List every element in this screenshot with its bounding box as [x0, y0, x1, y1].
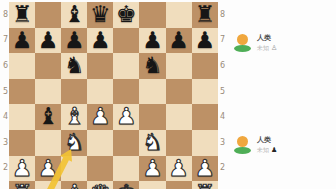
square-g2[interactable]: ♟	[166, 156, 192, 182]
player-name: 人类	[257, 34, 277, 43]
square-h6[interactable]	[192, 53, 218, 79]
piece-black-pawn[interactable]: ♟	[38, 28, 59, 54]
square-f4[interactable]	[139, 104, 165, 130]
square-c1[interactable]: ♝	[61, 181, 87, 189]
piece-white-pawn[interactable]: ♟	[38, 156, 59, 182]
square-b6[interactable]	[35, 53, 61, 79]
player-rating: 未知	[257, 146, 269, 154]
piece-black-knight[interactable]: ♞	[64, 53, 85, 79]
square-a2[interactable]: ♟	[9, 156, 35, 182]
piece-black-knight[interactable]: ♞	[142, 53, 163, 79]
square-e5[interactable]	[113, 79, 139, 105]
square-f7[interactable]: ♟	[139, 28, 165, 54]
square-g1[interactable]	[166, 181, 192, 189]
square-e8[interactable]: ♚	[113, 2, 139, 28]
square-b3[interactable]	[35, 130, 61, 156]
square-d3[interactable]	[87, 130, 113, 156]
rank-label-4: 4	[220, 113, 225, 121]
piece-white-rook[interactable]: ♜	[194, 181, 215, 189]
player-card-bottom: 人类 未知 ♟	[234, 136, 277, 155]
white-pawn-icon: ♙	[271, 45, 277, 52]
piece-white-rook[interactable]: ♜	[12, 181, 33, 189]
piece-black-bishop[interactable]: ♝	[38, 104, 59, 130]
square-c8[interactable]: ♝	[61, 2, 87, 28]
avatar-body	[234, 45, 251, 52]
square-e7[interactable]	[113, 28, 139, 54]
square-c6[interactable]: ♞	[61, 53, 87, 79]
piece-black-pawn[interactable]: ♟	[168, 28, 189, 54]
rank-label-3: 3	[220, 139, 225, 147]
square-e3[interactable]	[113, 130, 139, 156]
square-h7[interactable]: ♟	[192, 28, 218, 54]
piece-white-knight[interactable]: ♞	[142, 130, 163, 156]
square-f6[interactable]: ♞	[139, 53, 165, 79]
square-c7[interactable]: ♟	[61, 28, 87, 54]
square-b5[interactable]	[35, 79, 61, 105]
rank-label-7: 7	[220, 36, 225, 44]
player-card-top: 人类 未知 ♙	[234, 34, 277, 53]
square-b8[interactable]	[35, 2, 61, 28]
avatar-head	[237, 34, 248, 45]
piece-white-pawn[interactable]: ♟	[12, 156, 33, 182]
player-avatar-icon	[234, 34, 251, 53]
piece-black-king[interactable]: ♚	[116, 2, 137, 28]
piece-white-knight[interactable]: ♞	[64, 130, 85, 156]
rank-label-7: 7	[3, 36, 8, 44]
avatar-head	[237, 136, 248, 147]
piece-black-rook[interactable]: ♜	[194, 2, 215, 28]
piece-black-pawn[interactable]: ♟	[12, 28, 33, 54]
rank-label-4: 4	[3, 113, 8, 121]
square-g4[interactable]	[166, 104, 192, 130]
rank-label-5: 5	[220, 88, 225, 96]
piece-white-pawn[interactable]: ♟	[116, 104, 137, 130]
square-a5[interactable]	[9, 79, 35, 105]
player-name: 人类	[257, 136, 277, 145]
piece-white-pawn[interactable]: ♟	[90, 104, 111, 130]
square-b4[interactable]: ♝	[35, 104, 61, 130]
chess-board: ♜♝♛♚♜♟♟♟♟♟♟♟♞♞♝♝♟♟♞♞♟♟♟♟♟♜♝♛♚♜	[9, 2, 218, 189]
piece-white-king[interactable]: ♚	[116, 181, 137, 189]
square-c4[interactable]: ♝	[61, 104, 87, 130]
square-g6[interactable]	[166, 53, 192, 79]
square-a1[interactable]: ♜	[9, 181, 35, 189]
square-d4[interactable]: ♟	[87, 104, 113, 130]
square-h4[interactable]	[192, 104, 218, 130]
piece-white-queen[interactable]: ♛	[90, 181, 111, 189]
black-pawn-icon: ♟	[271, 147, 277, 154]
square-h2[interactable]: ♟	[192, 156, 218, 182]
piece-black-bishop[interactable]: ♝	[64, 2, 85, 28]
square-g3[interactable]	[166, 130, 192, 156]
square-f1[interactable]	[139, 181, 165, 189]
square-c2[interactable]	[61, 156, 87, 182]
piece-white-pawn[interactable]: ♟	[168, 156, 189, 182]
square-d8[interactable]: ♛	[87, 2, 113, 28]
piece-white-pawn[interactable]: ♟	[142, 156, 163, 182]
square-a3[interactable]	[9, 130, 35, 156]
piece-white-pawn[interactable]: ♟	[194, 156, 215, 182]
square-a8[interactable]: ♜	[9, 2, 35, 28]
square-a6[interactable]	[9, 53, 35, 79]
piece-white-bishop[interactable]: ♝	[64, 104, 85, 130]
square-d6[interactable]	[87, 53, 113, 79]
square-h5[interactable]	[192, 79, 218, 105]
rank-label-6: 6	[3, 62, 8, 70]
square-a4[interactable]	[9, 104, 35, 130]
square-g8[interactable]	[166, 2, 192, 28]
chess-app-screen: ♜♝♛♚♜♟♟♟♟♟♟♟♞♞♝♝♟♟♞♞♟♟♟♟♟♜♝♛♚♜ 87654321 …	[0, 0, 336, 189]
square-h8[interactable]: ♜	[192, 2, 218, 28]
square-f5[interactable]	[139, 79, 165, 105]
piece-black-pawn[interactable]: ♟	[194, 28, 215, 54]
square-d2[interactable]	[87, 156, 113, 182]
piece-white-bishop[interactable]: ♝	[64, 181, 85, 189]
rank-label-5: 5	[3, 88, 8, 96]
square-b7[interactable]: ♟	[35, 28, 61, 54]
player-avatar-icon	[234, 136, 251, 155]
square-f8[interactable]	[139, 2, 165, 28]
rank-label-8: 8	[3, 11, 8, 19]
square-g7[interactable]: ♟	[166, 28, 192, 54]
square-e6[interactable]	[113, 53, 139, 79]
square-c5[interactable]	[61, 79, 87, 105]
square-h1[interactable]: ♜	[192, 181, 218, 189]
piece-black-pawn[interactable]: ♟	[142, 28, 163, 54]
square-h3[interactable]	[192, 130, 218, 156]
square-d7[interactable]: ♟	[87, 28, 113, 54]
piece-black-queen[interactable]: ♛	[90, 2, 111, 28]
player-rating: 未知	[257, 44, 269, 52]
square-f2[interactable]: ♟	[139, 156, 165, 182]
rank-label-2: 2	[3, 164, 8, 172]
piece-black-pawn[interactable]: ♟	[64, 28, 85, 54]
piece-black-pawn[interactable]: ♟	[90, 28, 111, 54]
square-a7[interactable]: ♟	[9, 28, 35, 54]
rank-label-3: 3	[3, 139, 8, 147]
square-b1[interactable]	[35, 181, 61, 189]
rank-label-6: 6	[220, 62, 225, 70]
square-e2[interactable]	[113, 156, 139, 182]
square-f3[interactable]: ♞	[139, 130, 165, 156]
square-d5[interactable]	[87, 79, 113, 105]
square-e1[interactable]: ♚	[113, 181, 139, 189]
rank-label-8: 8	[220, 11, 225, 19]
square-g5[interactable]	[166, 79, 192, 105]
avatar-body	[234, 147, 251, 154]
square-b2[interactable]: ♟	[35, 156, 61, 182]
piece-black-rook[interactable]: ♜	[12, 2, 33, 28]
square-e4[interactable]: ♟	[113, 104, 139, 130]
rank-label-2: 2	[220, 164, 225, 172]
square-d1[interactable]: ♛	[87, 181, 113, 189]
square-c3[interactable]: ♞	[61, 130, 87, 156]
